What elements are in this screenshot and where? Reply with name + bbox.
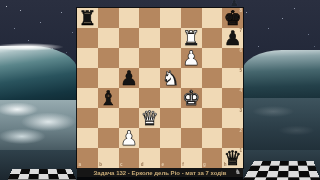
square-d4[interactable] [139, 88, 160, 108]
square-e6[interactable] [160, 48, 181, 68]
square-f5[interactable] [181, 68, 202, 88]
square-g3[interactable] [202, 108, 223, 128]
square-h2[interactable]: 2 [222, 128, 243, 148]
caption-text: Задача 132 - Ерколе дель Ріо - мат за 7 … [94, 170, 227, 176]
square-f2[interactable] [181, 128, 202, 148]
rank-label-6: 6 [239, 49, 242, 54]
square-d7[interactable] [139, 28, 160, 48]
black-king-h8[interactable]: ♚ [222, 8, 243, 28]
square-e3[interactable] [160, 108, 181, 128]
square-h3[interactable]: 3 [222, 108, 243, 128]
caption-bar: Задача 132 - Ерколе дель Ріо - мат за 7 … [77, 168, 243, 177]
square-b5[interactable] [98, 68, 119, 88]
square-f8[interactable] [181, 8, 202, 28]
square-b8[interactable] [98, 8, 119, 28]
square-a5[interactable] [77, 68, 98, 88]
sea-water-right [242, 98, 320, 152]
square-a6[interactable] [77, 48, 98, 68]
square-e4[interactable] [160, 88, 181, 108]
file-label-f: f [182, 163, 184, 168]
square-b1[interactable]: b [98, 148, 119, 168]
file-label-c: c [120, 163, 123, 168]
caption-piece-icon: ♞ [235, 168, 241, 177]
square-a2[interactable] [77, 128, 98, 148]
square-e8[interactable] [160, 8, 181, 28]
square-d6[interactable] [139, 48, 160, 68]
square-h8[interactable]: 8♚ [222, 8, 243, 28]
square-g8[interactable] [202, 8, 223, 28]
square-h7[interactable]: 7♟ [222, 28, 243, 48]
ocean-wave-right [242, 50, 320, 100]
square-g6[interactable] [202, 48, 223, 68]
black-bishop-b4[interactable]: ♝ [98, 88, 119, 108]
square-f4[interactable]: ♚ [181, 88, 202, 108]
square-g1[interactable]: g [202, 148, 223, 168]
square-d8[interactable] [139, 8, 160, 28]
square-d3[interactable]: ♛ [139, 108, 160, 128]
screenshot-stage: ♜8♚♜7♟♟6♟♞5♝♚4♛3♟2abcdefg1h♛ Задача 132 … [0, 0, 320, 180]
square-b2[interactable] [98, 128, 119, 148]
white-rook-f7[interactable]: ♜ [181, 28, 202, 48]
square-b7[interactable] [98, 28, 119, 48]
square-d1[interactable]: d [139, 148, 160, 168]
square-b3[interactable] [98, 108, 119, 128]
square-f3[interactable] [181, 108, 202, 128]
square-a3[interactable] [77, 108, 98, 128]
square-e1[interactable]: e [160, 148, 181, 168]
square-c4[interactable] [119, 88, 140, 108]
black-rook-a8[interactable]: ♜ [77, 8, 98, 28]
square-c1[interactable]: c [119, 148, 140, 168]
caption-under-strip [77, 177, 243, 180]
rank-label-5: 5 [239, 69, 242, 74]
sea-foam-left [0, 100, 78, 152]
square-h1[interactable]: 1h♛ [222, 148, 243, 168]
square-c8[interactable] [119, 8, 140, 28]
square-c2[interactable]: ♟ [119, 128, 140, 148]
rank-label-3: 3 [239, 109, 242, 114]
stars [6, 6, 7, 7]
square-e2[interactable] [160, 128, 181, 148]
square-g4[interactable] [202, 88, 223, 108]
square-b6[interactable] [98, 48, 119, 68]
watermark-pawn-icon: ♟ [230, 0, 239, 8]
rank-label-4: 4 [239, 89, 242, 94]
square-g2[interactable] [202, 128, 223, 148]
square-h5[interactable]: 5 [222, 68, 243, 88]
square-c5[interactable]: ♟ [119, 68, 140, 88]
white-pawn-f6[interactable]: ♟ [181, 48, 202, 68]
file-label-g: g [203, 163, 206, 168]
square-f1[interactable]: f [181, 148, 202, 168]
square-g7[interactable] [202, 28, 223, 48]
white-knight-e5[interactable]: ♞ [160, 68, 181, 88]
rank-label-2: 2 [239, 129, 242, 134]
file-label-a: a [79, 163, 82, 168]
black-queen-h1[interactable]: ♛ [222, 148, 243, 168]
white-king-f4[interactable]: ♚ [181, 88, 202, 108]
square-c3[interactable] [119, 108, 140, 128]
file-label-d: d [141, 163, 144, 168]
black-pawn-h7[interactable]: ♟ [222, 28, 243, 48]
checkered-floor-left [2, 169, 82, 180]
white-pawn-c2[interactable]: ♟ [119, 128, 140, 148]
square-c7[interactable] [119, 28, 140, 48]
square-a4[interactable] [77, 88, 98, 108]
square-d5[interactable] [139, 68, 160, 88]
square-f6[interactable]: ♟ [181, 48, 202, 68]
ocean-wave-left [0, 46, 78, 104]
square-h6[interactable]: 6 [222, 48, 243, 68]
square-b4[interactable]: ♝ [98, 88, 119, 108]
square-e5[interactable]: ♞ [160, 68, 181, 88]
square-h4[interactable]: 4 [222, 88, 243, 108]
square-d2[interactable] [139, 128, 160, 148]
square-c6[interactable] [119, 48, 140, 68]
square-e7[interactable] [160, 28, 181, 48]
black-pawn-c5[interactable]: ♟ [119, 68, 140, 88]
square-a8[interactable]: ♜ [77, 8, 98, 28]
file-label-b: b [99, 163, 102, 168]
square-f7[interactable]: ♜ [181, 28, 202, 48]
square-g5[interactable] [202, 68, 223, 88]
file-label-e: e [162, 163, 165, 168]
square-a7[interactable] [77, 28, 98, 48]
square-a1[interactable]: a [77, 148, 98, 168]
chess-board: ♜8♚♜7♟♟6♟♞5♝♚4♛3♟2abcdefg1h♛ [77, 8, 243, 168]
white-queen-d3[interactable]: ♛ [139, 108, 160, 128]
